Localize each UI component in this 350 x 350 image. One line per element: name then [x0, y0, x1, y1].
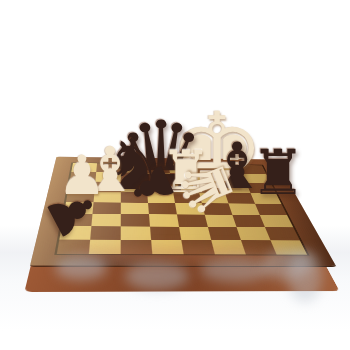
- chess-set-photo: ♚♛♞♝♝♜♜♟♟♛♟: [0, 0, 350, 350]
- black-rook: ♜: [250, 142, 306, 204]
- pieces-layer: ♚♛♞♝♝♜♜♟♟♛♟: [0, 0, 350, 350]
